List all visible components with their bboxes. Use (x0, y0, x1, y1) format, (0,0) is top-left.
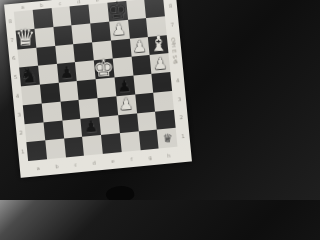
square-d7[interactable] (72, 23, 92, 43)
coord-label-6: 6 (167, 33, 182, 53)
square-d8[interactable] (70, 5, 90, 25)
out-of-frame-object (105, 184, 135, 200)
coord-label-1: 1 (176, 127, 191, 147)
coord-label-4: 4 (170, 71, 185, 91)
square-c8[interactable] (51, 6, 71, 26)
coord-label-8: 8 (163, 0, 178, 16)
square-c6[interactable] (55, 44, 75, 64)
square-g2[interactable] (137, 111, 157, 131)
square-a1[interactable] (26, 141, 46, 161)
square-d3[interactable] (79, 98, 99, 118)
piece-black-pawn-d2[interactable]: ♟ (83, 119, 98, 135)
square-d6[interactable] (73, 42, 93, 62)
piece-white-pawn-h5[interactable]: ♟ (153, 56, 168, 72)
coord-label-5: 5 (168, 52, 183, 72)
piece-black-knight-a5[interactable]: ♞ (20, 65, 39, 86)
square-h3[interactable] (153, 91, 173, 111)
square-h2[interactable] (155, 109, 175, 129)
photo-scene: abcdefgh abcdefgh 87654321 87654321 CHES… (0, 0, 200, 200)
piece-white-pawn-f3[interactable]: ♟ (119, 97, 134, 113)
square-f2[interactable] (118, 113, 138, 133)
square-b6[interactable] (36, 45, 56, 65)
coord-label-3: 3 (172, 89, 187, 109)
square-c4[interactable] (58, 81, 78, 101)
coord-label-d: d (84, 155, 104, 171)
coord-label-h: h (159, 148, 179, 164)
piece-white-king-e5[interactable]: ♚ (93, 56, 115, 81)
coord-label-c: c (66, 157, 86, 173)
square-g3[interactable] (135, 92, 155, 112)
chess-board: abcdefgh abcdefgh 87654321 87654321 CHES… (4, 0, 192, 178)
piece-white-pawn-g6[interactable]: ♟ (132, 39, 147, 55)
square-d1[interactable] (82, 135, 102, 155)
square-h4[interactable] (152, 72, 172, 92)
piece-black-pawn-c5[interactable]: ♟ (59, 65, 74, 81)
square-b4[interactable] (40, 83, 60, 103)
coord-label-2: 2 (174, 108, 189, 128)
square-b3[interactable] (41, 101, 61, 121)
playing-area: ♚♛♟♟♝♞♟♚♟♟♟♟ ♛ (14, 0, 178, 161)
square-g7[interactable] (128, 18, 148, 38)
piece-white-pawn-f7[interactable]: ♟ (112, 22, 127, 38)
square-g5[interactable] (131, 55, 151, 75)
square-g4[interactable] (133, 74, 153, 94)
square-c7[interactable] (53, 25, 73, 45)
square-e3[interactable] (97, 96, 117, 116)
square-b7[interactable] (34, 27, 54, 47)
piece-black-pawn-f4[interactable]: ♟ (117, 78, 132, 94)
square-a2[interactable] (25, 122, 45, 142)
square-g1[interactable] (138, 130, 158, 150)
square-c2[interactable] (62, 118, 82, 138)
coord-label-b: b (47, 158, 67, 174)
square-a3[interactable] (23, 103, 43, 123)
coord-label-e: e (103, 153, 123, 169)
square-e1[interactable] (101, 133, 121, 153)
square-b2[interactable] (43, 120, 63, 140)
square-h8[interactable] (144, 0, 164, 18)
square-h1[interactable] (157, 128, 177, 148)
piece-white-bishop-h6[interactable]: ♝ (149, 34, 168, 55)
square-e2[interactable] (99, 115, 119, 135)
coord-label-f: f (122, 151, 142, 167)
square-b1[interactable] (45, 139, 65, 159)
square-f1[interactable] (120, 132, 140, 152)
coord-label-g: g (140, 149, 160, 165)
square-f5[interactable] (112, 57, 132, 77)
square-g8[interactable] (126, 0, 146, 20)
square-c3[interactable] (60, 100, 80, 120)
coord-label-a: a (28, 160, 48, 176)
square-b5[interactable] (38, 64, 58, 84)
piece-white-queen-a7[interactable]: ♛ (15, 27, 36, 51)
square-c1[interactable] (64, 137, 84, 157)
